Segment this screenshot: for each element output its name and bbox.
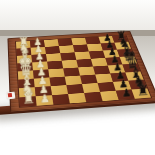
- chess-board[interactable]: ♜♟♟♜♞♟♟♞♝♟♟♝♚♟♟♚♛♟♟♛♝♟♟♝♞♟♟♞♜♟♟♜: [7, 31, 155, 112]
- square-e6[interactable]: [91, 58, 108, 67]
- inventory-sticker: [7, 92, 16, 100]
- board-frame: ♜♟♟♜♞♟♟♞♝♟♟♝♚♟♟♚♛♟♟♛♝♟♟♝♞♟♟♞♜♟♟♜: [7, 31, 155, 112]
- square-e3[interactable]: [47, 61, 63, 70]
- board-grid[interactable]: ♜♟♟♜♞♟♟♞♝♟♟♝♚♟♟♚♛♟♟♛♝♟♟♝♞♟♟♞♜♟♟♜: [16, 35, 151, 107]
- square-a1[interactable]: ♜: [19, 96, 36, 107]
- square-g3[interactable]: [45, 46, 60, 54]
- chess-set-photo: ♜♟♟♜♞♟♟♞♝♟♟♝♚♟♟♚♛♟♟♛♝♟♟♝♞♟♟♞♜♟♟♜: [0, 0, 155, 155]
- white-rook-piece[interactable]: ♜: [21, 91, 35, 106]
- sticker-red-mark: [8, 93, 12, 97]
- black-rook-piece[interactable]: ♜: [136, 83, 149, 98]
- backdrop-wall: [0, 0, 155, 31]
- square-a2[interactable]: ♟: [36, 95, 54, 106]
- square-a8[interactable]: ♜: [132, 88, 151, 98]
- square-f6[interactable]: [89, 51, 106, 59]
- white-pawn-piece[interactable]: ♟: [39, 93, 50, 105]
- square-a3[interactable]: [52, 94, 70, 105]
- square-d3[interactable]: [48, 68, 65, 77]
- black-pawn-piece[interactable]: ♟: [121, 87, 131, 99]
- square-a4[interactable]: [68, 93, 86, 104]
